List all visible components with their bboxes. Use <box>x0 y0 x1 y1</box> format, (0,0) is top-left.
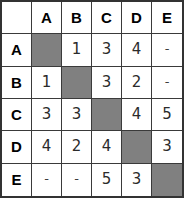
cell-B-B-blocked <box>62 67 92 99</box>
cell-B-E: - <box>152 67 182 99</box>
cell-E-A: - <box>32 164 62 196</box>
matrix-board: ABCDEA134-B132-C3345D4243E--53 <box>0 0 184 198</box>
cell-C-D: 4 <box>122 99 152 131</box>
cell-A-D: 4 <box>122 34 152 66</box>
col-header-D: D <box>122 2 152 34</box>
cell-A-B: 1 <box>62 34 92 66</box>
row-header-A: A <box>2 34 32 66</box>
cell-C-C-blocked <box>92 99 122 131</box>
cell-E-B: - <box>62 164 92 196</box>
cell-A-A-blocked <box>32 34 62 66</box>
cell-C-B: 3 <box>62 99 92 131</box>
corner-cell <box>2 2 32 34</box>
cell-B-D: 2 <box>122 67 152 99</box>
cell-D-E: 3 <box>152 131 182 163</box>
row-header-C: C <box>2 99 32 131</box>
cell-D-C: 4 <box>92 131 122 163</box>
cell-C-A: 3 <box>32 99 62 131</box>
cell-E-D: 3 <box>122 164 152 196</box>
cell-D-B: 2 <box>62 131 92 163</box>
col-header-E: E <box>152 2 182 34</box>
col-header-C: C <box>92 2 122 34</box>
cell-B-C: 3 <box>92 67 122 99</box>
cell-D-A: 4 <box>32 131 62 163</box>
col-header-B: B <box>62 2 92 34</box>
row-header-D: D <box>2 131 32 163</box>
cell-D-D-blocked <box>122 131 152 163</box>
cell-E-E-blocked <box>152 164 182 196</box>
cell-A-E: - <box>152 34 182 66</box>
cell-C-E: 5 <box>152 99 182 131</box>
cell-A-C: 3 <box>92 34 122 66</box>
cell-E-C: 5 <box>92 164 122 196</box>
row-header-E: E <box>2 164 32 196</box>
cell-B-A: 1 <box>32 67 62 99</box>
row-header-B: B <box>2 67 32 99</box>
col-header-A: A <box>32 2 62 34</box>
